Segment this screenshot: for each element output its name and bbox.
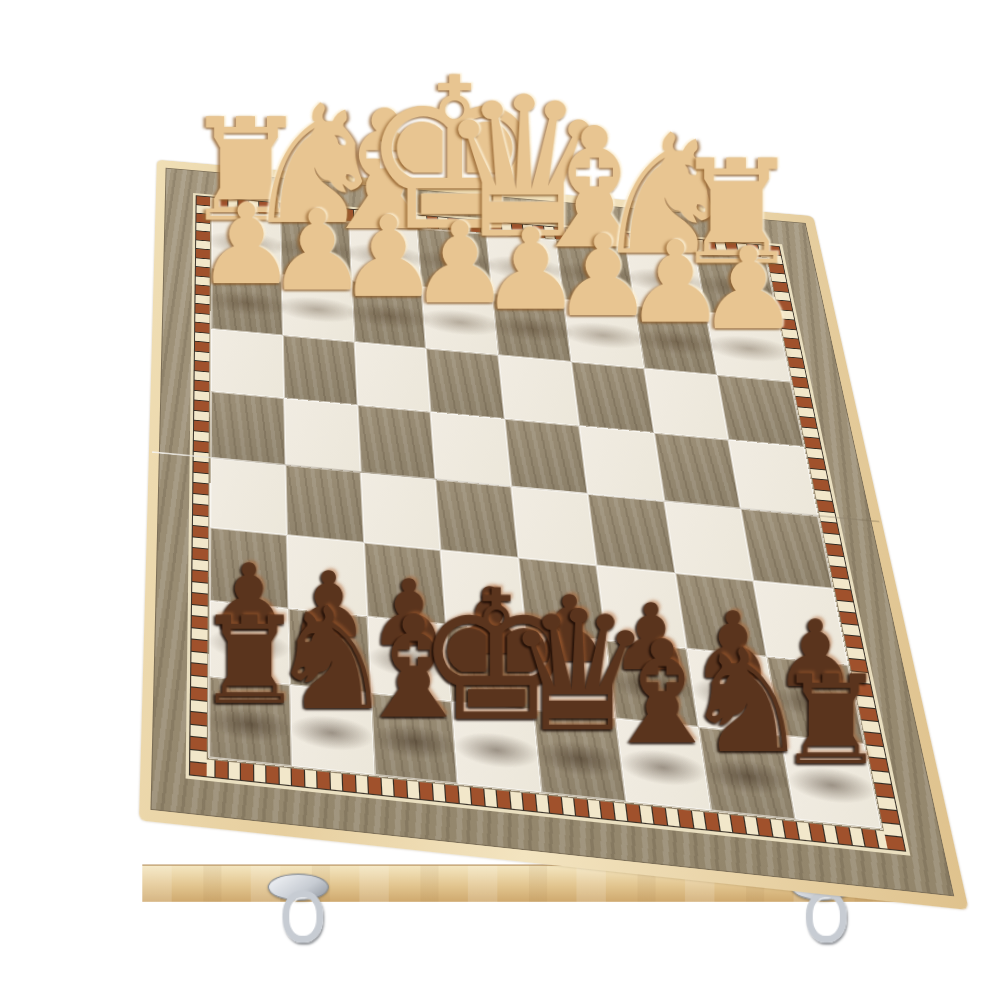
square-h3[interactable] [211,328,284,398]
square-a8[interactable]: ♜ [781,736,882,829]
square-b3[interactable] [644,368,729,440]
playing-field: ♜♞♝♚♛♝♞♜♟♟♟♟♟♟♟♟♟♟♟♟♟♟♟♟♜♞♝♚♛♝♞♜ [208,209,883,830]
black-rook-a8[interactable]: ♜ [665,658,996,781]
metal-clasp-left [268,874,327,944]
chess-board: ♜♞♝♚♛♝♞♜♟♟♟♟♟♟♟♟♟♟♟♟♟♟♟♟♜♞♝♚♛♝♞♜ [139,160,969,910]
square-g3[interactable] [283,335,358,405]
square-c4[interactable] [579,426,664,501]
square-e3[interactable] [426,348,505,419]
square-e4[interactable] [431,412,512,486]
square-d3[interactable] [498,355,579,426]
square-a3[interactable] [717,375,804,447]
square-f4[interactable] [357,405,435,479]
square-a4[interactable] [729,440,818,516]
square-a2[interactable]: ♟ [706,312,791,381]
white-pawn-a2[interactable]: ♟ [605,233,891,346]
product-photo-white-background: { "game": "chess", "subject": "folding w… [0,0,1002,1002]
square-g5[interactable] [285,465,363,542]
square-a5[interactable] [741,509,833,589]
square-e5[interactable] [436,479,519,557]
square-d4[interactable] [505,419,588,494]
square-b4[interactable] [654,433,741,509]
square-h5[interactable] [210,458,286,535]
square-f5[interactable] [360,472,440,550]
clasp-hook-icon [283,891,324,943]
square-b5[interactable] [664,501,754,580]
square-c3[interactable] [571,361,654,433]
square-h4[interactable] [211,392,286,465]
board-grid-8x8: ♜♞♝♚♛♝♞♜♟♟♟♟♟♟♟♟♟♟♟♟♟♟♟♟♜♞♝♚♛♝♞♜ [209,210,881,828]
square-f3[interactable] [354,341,431,412]
square-g4[interactable] [284,398,360,472]
chess-set-scene: ♜♞♝♚♛♝♞♜♟♟♟♟♟♟♟♟♟♟♟♟♟♟♟♟♜♞♝♚♛♝♞♜ [0,0,1002,1002]
square-c5[interactable] [587,494,674,573]
clasp-hook-icon [806,891,847,943]
